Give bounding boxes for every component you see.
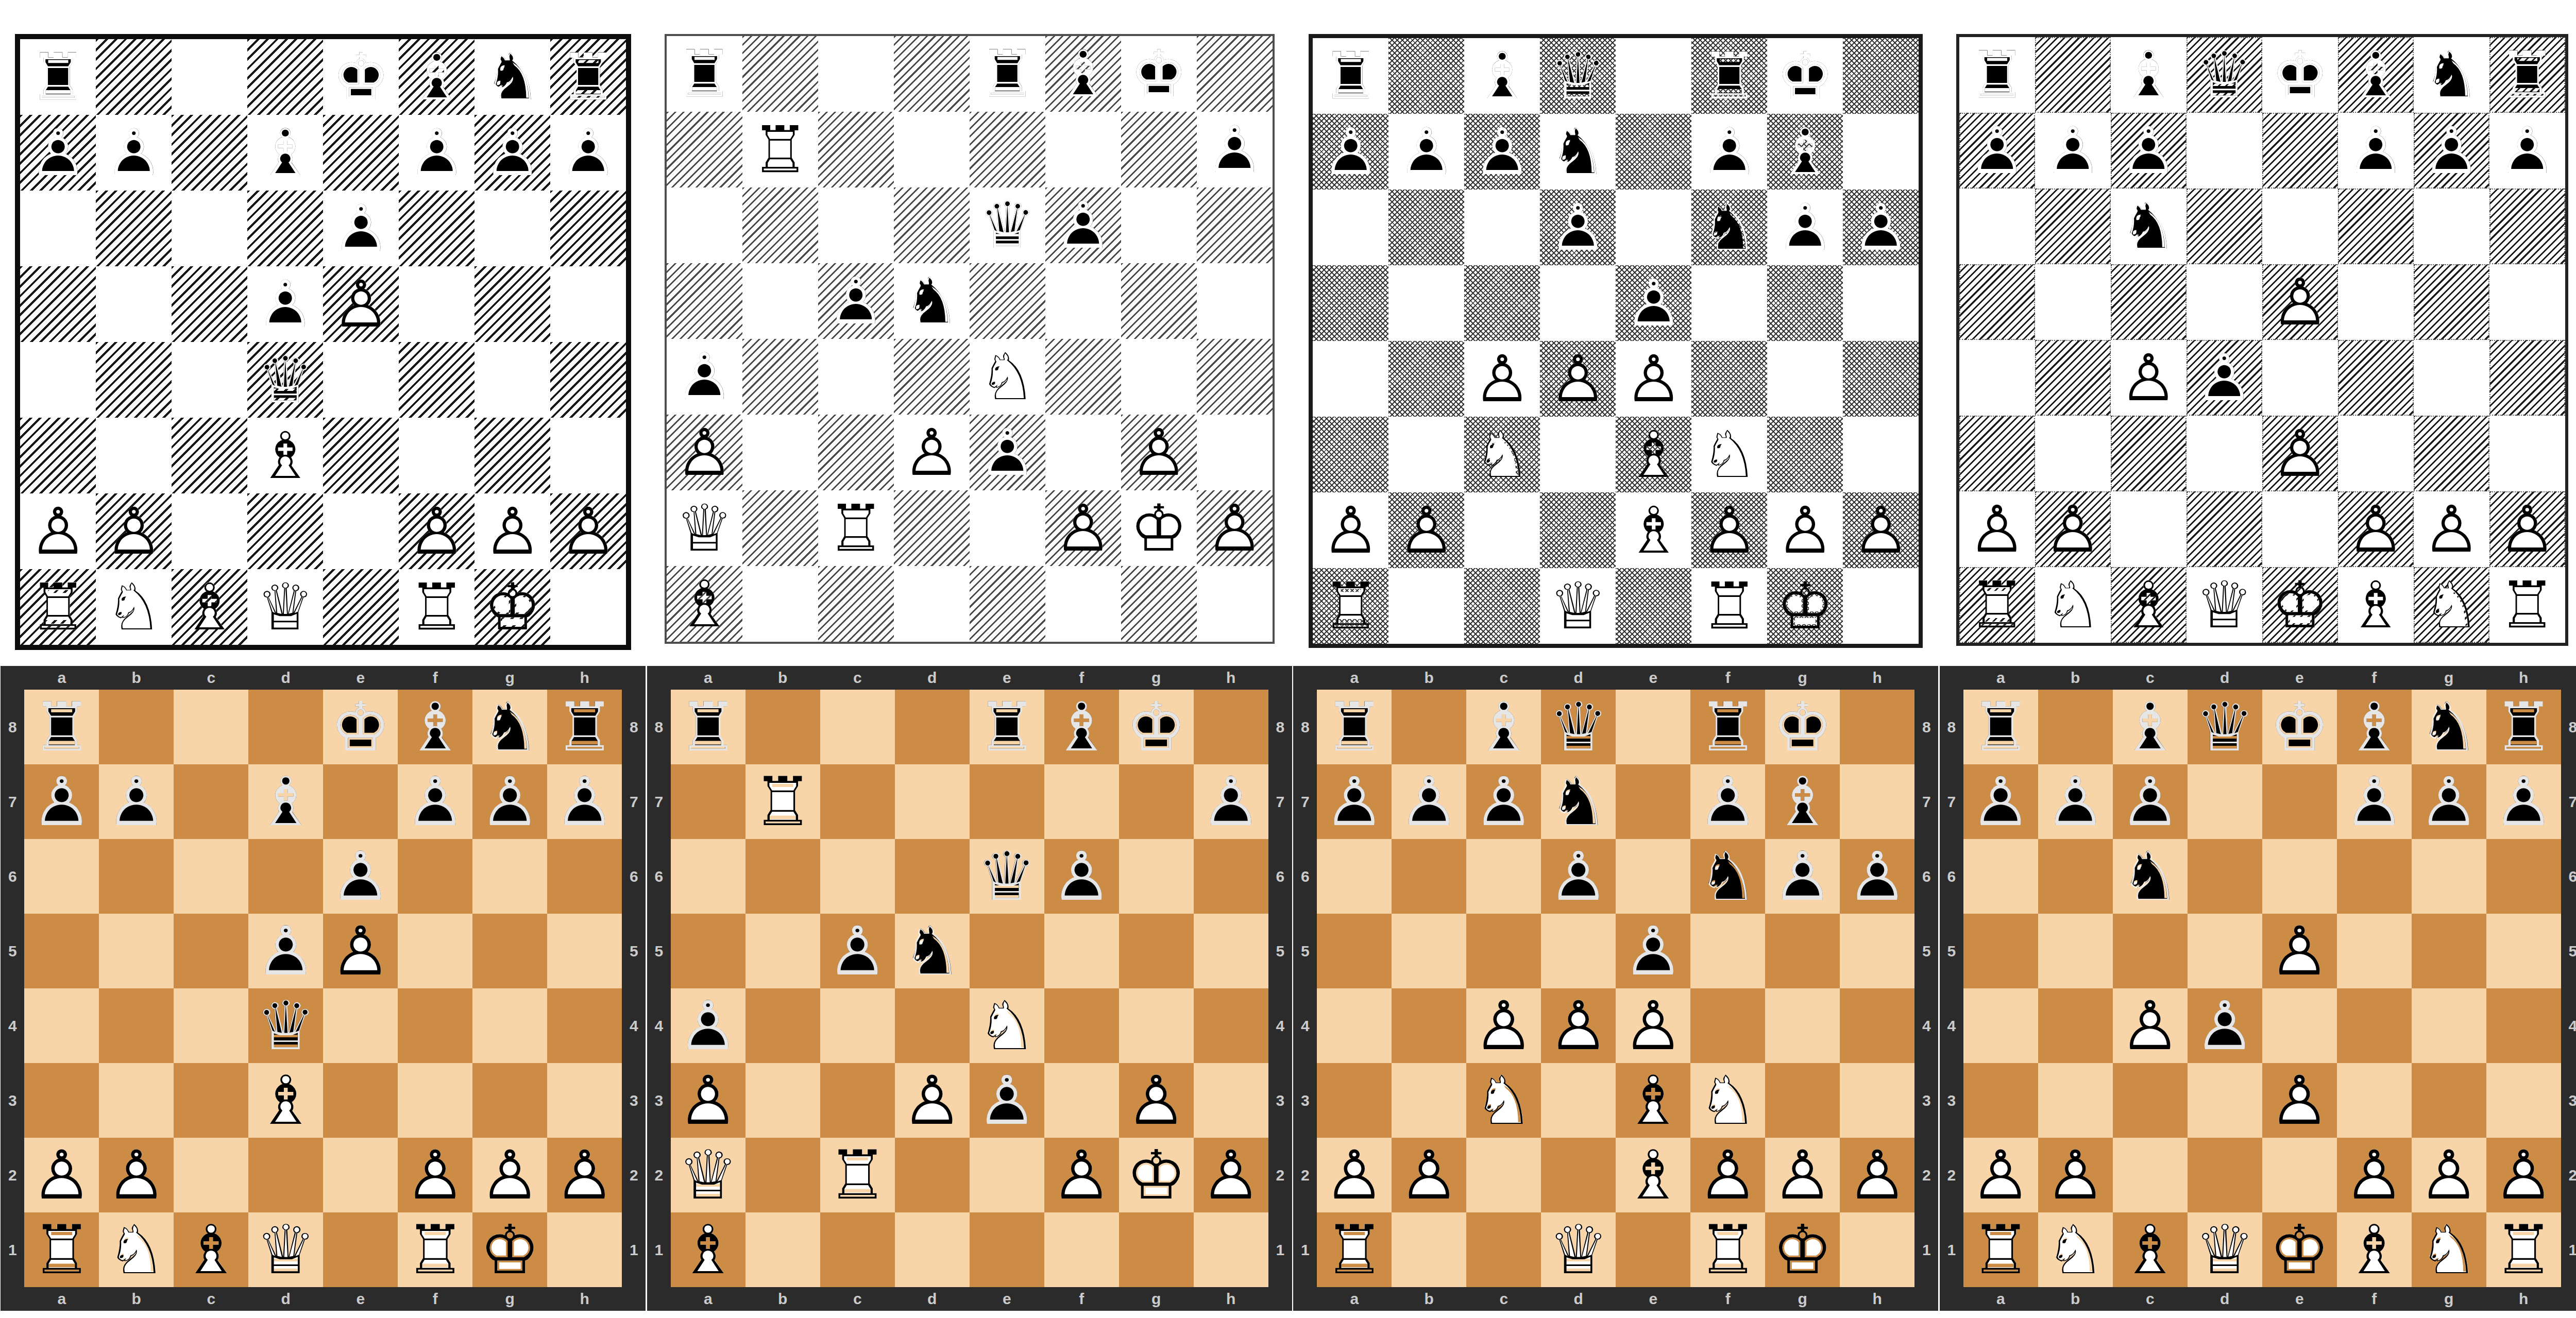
square-b6[interactable] <box>1392 839 1466 914</box>
white-pawn-g2[interactable]: ♟♙ <box>472 1138 547 1212</box>
square-e1[interactable] <box>970 1212 1044 1287</box>
black-queen-d8[interactable]: ♛♕ <box>1541 690 1616 764</box>
square-c8[interactable]: ♝♗ <box>1466 690 1541 764</box>
square-f5[interactable] <box>1044 914 1119 988</box>
square-c1[interactable]: ♝♗ <box>174 1212 248 1287</box>
square-d4[interactable]: ♛♕ <box>248 988 323 1063</box>
square-b2[interactable] <box>745 1138 820 1212</box>
square-h1[interactable] <box>1194 1212 1268 1287</box>
black-knight-d5[interactable]: ♞♘ <box>895 914 970 988</box>
white-rook-f1[interactable]: ♜♖ <box>1690 1212 1765 1287</box>
square-g1[interactable] <box>1119 1212 1194 1287</box>
square-h3[interactable] <box>1840 1063 1914 1138</box>
black-bishop-f8[interactable]: ♝♗ <box>1044 690 1119 764</box>
square-b7[interactable]: ♟♙ <box>99 764 174 839</box>
square-f7[interactable]: ♟♙ <box>2337 764 2412 839</box>
black-pawn-c7[interactable]: ♟♙ <box>2113 764 2188 839</box>
square-a5[interactable] <box>671 914 745 988</box>
square-a1[interactable]: ♜♖ <box>1963 1212 2038 1287</box>
square-f5[interactable] <box>1690 914 1765 988</box>
square-a3[interactable]: ♟♙ <box>671 1063 745 1138</box>
square-a7[interactable]: ♟♙ <box>1317 764 1392 839</box>
black-rook-f8[interactable]: ♜♖ <box>1690 690 1765 764</box>
square-d3[interactable]: ♝♗ <box>248 1063 323 1138</box>
black-pawn-b7[interactable]: ♟♙ <box>99 764 174 839</box>
square-h7[interactable]: ♟♙ <box>547 764 622 839</box>
square-f5[interactable] <box>398 914 472 988</box>
square-b2[interactable]: ♟♙ <box>1392 1138 1466 1212</box>
square-e6[interactable] <box>2262 839 2337 914</box>
square-b7[interactable]: ♟♙ <box>1392 764 1466 839</box>
white-pawn-e3[interactable]: ♟♙ <box>2262 1063 2337 1138</box>
black-pawn-f7[interactable]: ♟♙ <box>1690 764 1765 839</box>
square-h6[interactable] <box>2486 839 2561 914</box>
black-knight-c6[interactable]: ♞♘ <box>2113 839 2188 914</box>
white-bishop-e3[interactable]: ♝♗ <box>1616 1063 1690 1138</box>
square-a7[interactable] <box>671 764 745 839</box>
white-king-g2[interactable]: ♚♔ <box>1119 1138 1194 1212</box>
square-e1[interactable] <box>1616 1212 1690 1287</box>
square-a5[interactable] <box>24 914 99 988</box>
square-a4[interactable] <box>1317 988 1392 1063</box>
white-knight-f3[interactable]: ♞♘ <box>1690 1063 1765 1138</box>
square-g6[interactable] <box>2412 839 2486 914</box>
square-b5[interactable] <box>2038 914 2113 988</box>
white-pawn-h2[interactable]: ♟♙ <box>1840 1138 1914 1212</box>
white-pawn-b2[interactable]: ♟♙ <box>1392 1138 1466 1212</box>
square-e3[interactable]: ♟♙ <box>2262 1063 2337 1138</box>
square-f6[interactable]: ♞♘ <box>1690 839 1765 914</box>
square-e4[interactable]: ♞♘ <box>970 988 1044 1063</box>
square-g6[interactable]: ♟♙ <box>1765 839 1840 914</box>
square-d1[interactable]: ♛♕ <box>248 1212 323 1287</box>
black-knight-d7[interactable]: ♞♘ <box>1541 764 1616 839</box>
white-queen-d1[interactable]: ♛♕ <box>1541 1212 1616 1287</box>
square-c3[interactable] <box>820 1063 895 1138</box>
square-b2[interactable]: ♟♙ <box>2038 1138 2113 1212</box>
black-rook-e8[interactable]: ♜♖ <box>970 690 1044 764</box>
square-a2[interactable]: ♛♕ <box>671 1138 745 1212</box>
square-e7[interactable] <box>323 764 398 839</box>
square-f6[interactable] <box>398 839 472 914</box>
square-d5[interactable] <box>2188 914 2262 988</box>
square-a1[interactable]: ♜♖ <box>1317 1212 1392 1287</box>
square-f3[interactable] <box>1044 1063 1119 1138</box>
black-bishop-f8[interactable]: ♝♗ <box>398 690 472 764</box>
square-h2[interactable]: ♟♙ <box>2486 1138 2561 1212</box>
square-b3[interactable] <box>1392 1063 1466 1138</box>
black-pawn-e3[interactable]: ♟♙ <box>970 1063 1044 1138</box>
square-f1[interactable]: ♜♖ <box>398 1212 472 1287</box>
square-b5[interactable] <box>745 914 820 988</box>
white-knight-g1[interactable]: ♞♘ <box>2412 1212 2486 1287</box>
white-rook-b7[interactable]: ♜♖ <box>745 764 820 839</box>
square-e3[interactable]: ♝♗ <box>1616 1063 1690 1138</box>
square-b5[interactable] <box>1392 914 1466 988</box>
square-c7[interactable] <box>820 764 895 839</box>
square-c5[interactable] <box>2113 914 2188 988</box>
black-king-e8[interactable]: ♚♔ <box>2262 690 2337 764</box>
black-pawn-b7[interactable]: ♟♙ <box>2038 764 2113 839</box>
square-c1[interactable] <box>1466 1212 1541 1287</box>
square-h7[interactable]: ♟♙ <box>1194 764 1268 839</box>
square-a2[interactable]: ♟♙ <box>24 1138 99 1212</box>
square-e5[interactable] <box>970 914 1044 988</box>
black-pawn-g7[interactable]: ♟♙ <box>2412 764 2486 839</box>
white-pawn-f2[interactable]: ♟♙ <box>1690 1138 1765 1212</box>
square-e1[interactable]: ♚♔ <box>2262 1212 2337 1287</box>
square-a3[interactable] <box>1317 1063 1392 1138</box>
square-b6[interactable] <box>99 839 174 914</box>
square-g4[interactable] <box>1765 988 1840 1063</box>
square-c4[interactable] <box>174 988 248 1063</box>
square-c6[interactable] <box>820 839 895 914</box>
square-e1[interactable] <box>323 1212 398 1287</box>
square-a6[interactable] <box>24 839 99 914</box>
square-b4[interactable] <box>745 988 820 1063</box>
square-e6[interactable]: ♟♙ <box>323 839 398 914</box>
square-h4[interactable] <box>1840 988 1914 1063</box>
white-knight-c3[interactable]: ♞♘ <box>1466 1063 1541 1138</box>
square-d2[interactable] <box>1541 1138 1616 1212</box>
square-a1[interactable]: ♝♗ <box>671 1212 745 1287</box>
white-bishop-e2[interactable]: ♝♗ <box>1616 1138 1690 1212</box>
square-g3[interactable] <box>1765 1063 1840 1138</box>
square-g2[interactable]: ♟♙ <box>472 1138 547 1212</box>
square-h2[interactable]: ♟♙ <box>1194 1138 1268 1212</box>
square-g3[interactable] <box>2412 1063 2486 1138</box>
square-a5[interactable] <box>1317 914 1392 988</box>
black-bishop-d7[interactable]: ♝♗ <box>248 764 323 839</box>
black-pawn-f7[interactable]: ♟♙ <box>398 764 472 839</box>
square-a6[interactable] <box>1317 839 1392 914</box>
square-c2[interactable] <box>2113 1138 2188 1212</box>
square-h8[interactable]: ♜♖ <box>2486 690 2561 764</box>
square-a5[interactable] <box>1963 914 2038 988</box>
black-king-e8[interactable]: ♚♔ <box>323 690 398 764</box>
square-h5[interactable] <box>1840 914 1914 988</box>
square-h4[interactable] <box>547 988 622 1063</box>
square-d6[interactable] <box>248 839 323 914</box>
square-c5[interactable]: ♟♙ <box>820 914 895 988</box>
black-knight-g8[interactable]: ♞♘ <box>472 690 547 764</box>
square-d7[interactable]: ♞♘ <box>1541 764 1616 839</box>
square-h3[interactable] <box>1194 1063 1268 1138</box>
square-f3[interactable] <box>2337 1063 2412 1138</box>
square-f4[interactable] <box>1690 988 1765 1063</box>
square-b7[interactable]: ♜♖ <box>745 764 820 839</box>
square-d7[interactable] <box>2188 764 2262 839</box>
square-g5[interactable] <box>1765 914 1840 988</box>
square-b4[interactable] <box>2038 988 2113 1063</box>
black-pawn-h7[interactable]: ♟♙ <box>1194 764 1268 839</box>
white-pawn-g3[interactable]: ♟♙ <box>1119 1063 1194 1138</box>
black-king-g8[interactable]: ♚♔ <box>1119 690 1194 764</box>
square-c5[interactable] <box>174 914 248 988</box>
square-b7[interactable]: ♟♙ <box>2038 764 2113 839</box>
square-g1[interactable]: ♞♘ <box>2412 1212 2486 1287</box>
square-f4[interactable] <box>2337 988 2412 1063</box>
square-d1[interactable]: ♛♕ <box>2188 1212 2262 1287</box>
square-d1[interactable]: ♛♕ <box>1541 1212 1616 1287</box>
square-d8[interactable]: ♛♕ <box>1541 690 1616 764</box>
square-e5[interactable]: ♟♙ <box>2262 914 2337 988</box>
black-pawn-d5[interactable]: ♟♙ <box>248 914 323 988</box>
square-e8[interactable]: ♚♔ <box>323 690 398 764</box>
square-f8[interactable]: ♝♗ <box>398 690 472 764</box>
square-a4[interactable] <box>24 988 99 1063</box>
square-d5[interactable]: ♞♘ <box>895 914 970 988</box>
square-e6[interactable]: ♛♕ <box>970 839 1044 914</box>
black-bishop-f8[interactable]: ♝♗ <box>2337 690 2412 764</box>
white-knight-b1[interactable]: ♞♘ <box>99 1212 174 1287</box>
square-b1[interactable] <box>745 1212 820 1287</box>
white-pawn-g2[interactable]: ♟♙ <box>2412 1138 2486 1212</box>
square-f7[interactable]: ♟♙ <box>398 764 472 839</box>
square-a8[interactable]: ♜♖ <box>1963 690 2038 764</box>
square-c4[interactable]: ♟♙ <box>1466 988 1541 1063</box>
black-pawn-c5[interactable]: ♟♙ <box>820 914 895 988</box>
square-c2[interactable] <box>174 1138 248 1212</box>
black-pawn-f6[interactable]: ♟♙ <box>1044 839 1119 914</box>
black-pawn-d6[interactable]: ♟♙ <box>1541 839 1616 914</box>
square-b5[interactable] <box>99 914 174 988</box>
black-king-g8[interactable]: ♚♔ <box>1765 690 1840 764</box>
square-e6[interactable] <box>1616 839 1690 914</box>
white-pawn-a2[interactable]: ♟♙ <box>1317 1138 1392 1212</box>
black-pawn-c7[interactable]: ♟♙ <box>1466 764 1541 839</box>
black-queen-d8[interactable]: ♛♕ <box>2188 690 2262 764</box>
square-g1[interactable]: ♚♔ <box>472 1212 547 1287</box>
square-c8[interactable] <box>820 690 895 764</box>
black-rook-a8[interactable]: ♜♖ <box>1317 690 1392 764</box>
black-pawn-a4[interactable]: ♟♙ <box>671 988 745 1063</box>
square-g8[interactable]: ♞♘ <box>472 690 547 764</box>
square-g5[interactable] <box>1119 914 1194 988</box>
square-e3[interactable]: ♟♙ <box>970 1063 1044 1138</box>
square-h6[interactable]: ♟♙ <box>1840 839 1914 914</box>
white-king-e1[interactable]: ♚♔ <box>2262 1212 2337 1287</box>
white-pawn-f2[interactable]: ♟♙ <box>1044 1138 1119 1212</box>
square-h3[interactable] <box>547 1063 622 1138</box>
square-c4[interactable]: ♟♙ <box>2113 988 2188 1063</box>
square-h5[interactable] <box>1194 914 1268 988</box>
square-a2[interactable]: ♟♙ <box>1963 1138 2038 1212</box>
square-e7[interactable] <box>2262 764 2337 839</box>
square-e2[interactable]: ♝♗ <box>1616 1138 1690 1212</box>
square-d2[interactable] <box>895 1138 970 1212</box>
square-h1[interactable] <box>1840 1212 1914 1287</box>
square-g2[interactable]: ♟♙ <box>2412 1138 2486 1212</box>
black-pawn-e6[interactable]: ♟♙ <box>323 839 398 914</box>
black-bishop-c8[interactable]: ♝♗ <box>1466 690 1541 764</box>
square-d6[interactable]: ♟♙ <box>1541 839 1616 914</box>
square-c3[interactable]: ♞♘ <box>1466 1063 1541 1138</box>
black-pawn-f7[interactable]: ♟♙ <box>2337 764 2412 839</box>
square-f7[interactable]: ♟♙ <box>1690 764 1765 839</box>
square-c7[interactable]: ♟♙ <box>1466 764 1541 839</box>
square-g3[interactable]: ♟♙ <box>1119 1063 1194 1138</box>
square-e2[interactable] <box>970 1138 1044 1212</box>
white-bishop-d3[interactable]: ♝♗ <box>248 1063 323 1138</box>
square-f2[interactable]: ♟♙ <box>1690 1138 1765 1212</box>
square-f4[interactable] <box>1044 988 1119 1063</box>
square-e2[interactable] <box>323 1138 398 1212</box>
square-g2[interactable]: ♚♔ <box>1119 1138 1194 1212</box>
square-g5[interactable] <box>472 914 547 988</box>
square-g2[interactable]: ♟♙ <box>1765 1138 1840 1212</box>
square-b8[interactable] <box>1392 690 1466 764</box>
square-d7[interactable]: ♝♗ <box>248 764 323 839</box>
square-e3[interactable] <box>323 1063 398 1138</box>
square-c7[interactable]: ♟♙ <box>2113 764 2188 839</box>
square-c6[interactable] <box>1466 839 1541 914</box>
square-b3[interactable] <box>745 1063 820 1138</box>
square-c7[interactable] <box>174 764 248 839</box>
black-knight-g8[interactable]: ♞♘ <box>2412 690 2486 764</box>
white-rook-a1[interactable]: ♜♖ <box>1963 1212 2038 1287</box>
square-a6[interactable] <box>671 839 745 914</box>
square-d6[interactable] <box>2188 839 2262 914</box>
square-g8[interactable]: ♞♘ <box>2412 690 2486 764</box>
square-a3[interactable] <box>24 1063 99 1138</box>
square-g3[interactable] <box>472 1063 547 1138</box>
white-queen-d1[interactable]: ♛♕ <box>248 1212 323 1287</box>
square-a8[interactable]: ♜♖ <box>24 690 99 764</box>
white-knight-b1[interactable]: ♞♘ <box>2038 1212 2113 1287</box>
white-pawn-b2[interactable]: ♟♙ <box>2038 1138 2113 1212</box>
square-g4[interactable] <box>1119 988 1194 1063</box>
white-rook-h1[interactable]: ♜♖ <box>2486 1212 2561 1287</box>
square-d5[interactable]: ♟♙ <box>248 914 323 988</box>
square-b8[interactable] <box>99 690 174 764</box>
square-c3[interactable] <box>174 1063 248 1138</box>
square-g8[interactable]: ♚♔ <box>1765 690 1840 764</box>
square-d4[interactable] <box>895 988 970 1063</box>
square-e7[interactable] <box>1616 764 1690 839</box>
square-g6[interactable] <box>1119 839 1194 914</box>
white-queen-a2[interactable]: ♛♕ <box>671 1138 745 1212</box>
square-b1[interactable]: ♞♘ <box>2038 1212 2113 1287</box>
square-a2[interactable]: ♟♙ <box>1317 1138 1392 1212</box>
white-king-g1[interactable]: ♚♔ <box>472 1212 547 1287</box>
black-bishop-c8[interactable]: ♝♗ <box>2113 690 2188 764</box>
black-rook-h8[interactable]: ♜♖ <box>2486 690 2561 764</box>
black-queen-e6[interactable]: ♛♕ <box>970 839 1044 914</box>
white-pawn-f2[interactable]: ♟♙ <box>398 1138 472 1212</box>
square-b1[interactable] <box>1392 1212 1466 1287</box>
square-g6[interactable] <box>472 839 547 914</box>
black-pawn-a7[interactable]: ♟♙ <box>24 764 99 839</box>
square-g4[interactable] <box>472 988 547 1063</box>
white-pawn-a2[interactable]: ♟♙ <box>24 1138 99 1212</box>
white-pawn-a2[interactable]: ♟♙ <box>1963 1138 2038 1212</box>
square-h4[interactable] <box>1194 988 1268 1063</box>
square-g8[interactable]: ♚♔ <box>1119 690 1194 764</box>
square-b2[interactable]: ♟♙ <box>99 1138 174 1212</box>
black-knight-f6[interactable]: ♞♘ <box>1690 839 1765 914</box>
square-h8[interactable]: ♜♖ <box>547 690 622 764</box>
square-d2[interactable] <box>248 1138 323 1212</box>
square-a4[interactable] <box>1963 988 2038 1063</box>
black-bishop-g7[interactable]: ♝♗ <box>1765 764 1840 839</box>
square-h5[interactable] <box>2486 914 2561 988</box>
black-pawn-h6[interactable]: ♟♙ <box>1840 839 1914 914</box>
white-bishop-f1[interactable]: ♝♗ <box>2337 1212 2412 1287</box>
square-e8[interactable]: ♚♔ <box>2262 690 2337 764</box>
white-pawn-a3[interactable]: ♟♙ <box>671 1063 745 1138</box>
square-g5[interactable] <box>2412 914 2486 988</box>
square-c1[interactable]: ♝♗ <box>2113 1212 2188 1287</box>
square-a7[interactable]: ♟♙ <box>24 764 99 839</box>
white-pawn-e5[interactable]: ♟♙ <box>2262 914 2337 988</box>
square-h3[interactable] <box>2486 1063 2561 1138</box>
square-c8[interactable]: ♝♗ <box>2113 690 2188 764</box>
square-d7[interactable] <box>895 764 970 839</box>
square-c6[interactable]: ♞♘ <box>2113 839 2188 914</box>
square-a7[interactable]: ♟♙ <box>1963 764 2038 839</box>
white-queen-d1[interactable]: ♛♕ <box>2188 1212 2262 1287</box>
square-f2[interactable]: ♟♙ <box>1044 1138 1119 1212</box>
square-e4[interactable]: ♟♙ <box>1616 988 1690 1063</box>
white-bishop-c1[interactable]: ♝♗ <box>174 1212 248 1287</box>
square-c5[interactable] <box>1466 914 1541 988</box>
square-e4[interactable] <box>2262 988 2337 1063</box>
square-b6[interactable] <box>745 839 820 914</box>
square-h6[interactable] <box>547 839 622 914</box>
black-rook-a8[interactable]: ♜♖ <box>671 690 745 764</box>
square-c8[interactable] <box>174 690 248 764</box>
square-f1[interactable] <box>1044 1212 1119 1287</box>
square-b8[interactable] <box>745 690 820 764</box>
black-pawn-a7[interactable]: ♟♙ <box>1317 764 1392 839</box>
black-pawn-g7[interactable]: ♟♙ <box>472 764 547 839</box>
white-bishop-c1[interactable]: ♝♗ <box>2113 1212 2188 1287</box>
black-pawn-g6[interactable]: ♟♙ <box>1765 839 1840 914</box>
square-d6[interactable] <box>895 839 970 914</box>
square-e8[interactable]: ♜♖ <box>970 690 1044 764</box>
square-h2[interactable]: ♟♙ <box>1840 1138 1914 1212</box>
square-h5[interactable] <box>547 914 622 988</box>
square-f6[interactable]: ♟♙ <box>1044 839 1119 914</box>
square-d2[interactable] <box>2188 1138 2262 1212</box>
square-a6[interactable] <box>1963 839 2038 914</box>
black-rook-h8[interactable]: ♜♖ <box>547 690 622 764</box>
square-a1[interactable]: ♜♖ <box>24 1212 99 1287</box>
square-e2[interactable] <box>2262 1138 2337 1212</box>
square-f7[interactable] <box>1044 764 1119 839</box>
square-g7[interactable]: ♟♙ <box>472 764 547 839</box>
square-d4[interactable]: ♟♙ <box>2188 988 2262 1063</box>
white-rook-a1[interactable]: ♜♖ <box>24 1212 99 1287</box>
square-e4[interactable] <box>323 988 398 1063</box>
square-b3[interactable] <box>2038 1063 2113 1138</box>
white-bishop-a1[interactable]: ♝♗ <box>671 1212 745 1287</box>
square-c2[interactable] <box>1466 1138 1541 1212</box>
white-pawn-h2[interactable]: ♟♙ <box>1194 1138 1268 1212</box>
square-d8[interactable] <box>248 690 323 764</box>
white-rook-f1[interactable]: ♜♖ <box>398 1212 472 1287</box>
square-b6[interactable] <box>2038 839 2113 914</box>
white-pawn-h2[interactable]: ♟♙ <box>547 1138 622 1212</box>
square-h7[interactable]: ♟♙ <box>2486 764 2561 839</box>
square-g7[interactable] <box>1119 764 1194 839</box>
black-rook-a8[interactable]: ♜♖ <box>1963 690 2038 764</box>
square-d8[interactable] <box>895 690 970 764</box>
white-pawn-c4[interactable]: ♟♙ <box>2113 988 2188 1063</box>
square-a3[interactable] <box>1963 1063 2038 1138</box>
square-h4[interactable] <box>2486 988 2561 1063</box>
